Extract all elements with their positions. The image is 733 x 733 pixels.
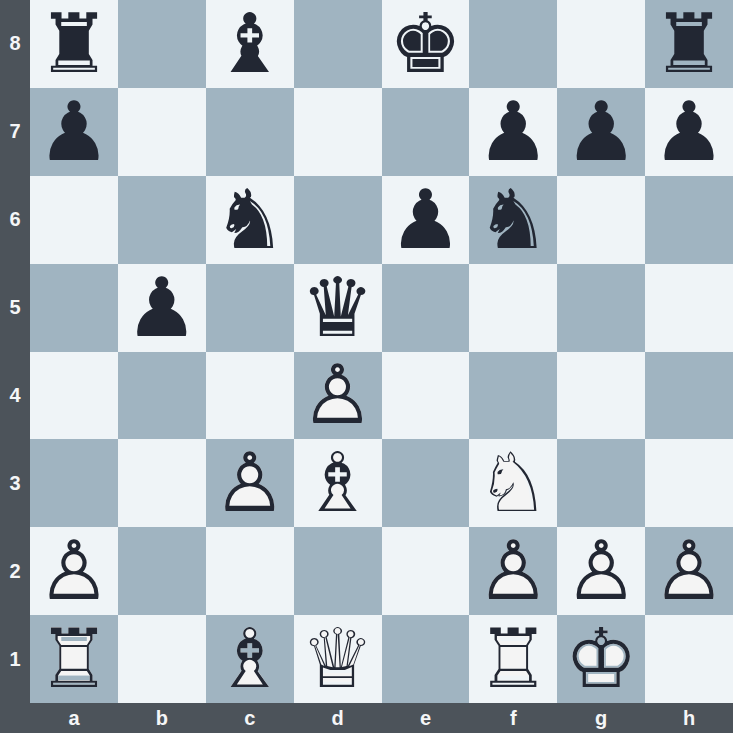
black-pawn: ♟ [382, 176, 470, 264]
square-f3[interactable]: ♞♘ [469, 439, 557, 527]
file-label-b: b [118, 703, 206, 733]
square-e6[interactable]: ♟ [382, 176, 470, 264]
square-e8[interactable]: ♚ [382, 0, 470, 88]
white-queen-fill: ♛ [294, 615, 382, 703]
square-e3[interactable] [382, 439, 470, 527]
black-queen: ♛ [294, 264, 382, 352]
square-e2[interactable] [382, 527, 470, 615]
white-king-fill: ♚ [557, 615, 645, 703]
rank-label-7: 7 [0, 88, 30, 176]
square-g8[interactable] [557, 0, 645, 88]
white-pawn-fill: ♟ [645, 527, 733, 615]
square-d2[interactable] [294, 527, 382, 615]
white-pawn-fill: ♟ [557, 527, 645, 615]
black-knight: ♞ [206, 176, 294, 264]
square-a1[interactable]: ♜♖ [30, 615, 118, 703]
square-c8[interactable]: ♝ [206, 0, 294, 88]
gutter-corner [0, 703, 30, 733]
white-pawn: ♙ [294, 352, 382, 440]
rank-label-6: 6 [0, 176, 30, 264]
rank-label-3: 3 [0, 439, 30, 527]
square-a2[interactable]: ♟♙ [30, 527, 118, 615]
file-label-a: a [30, 703, 118, 733]
file-label-d: d [294, 703, 382, 733]
rank-label-4: 4 [0, 352, 30, 440]
square-h7[interactable]: ♟ [645, 88, 733, 176]
square-d3[interactable]: ♝♗ [294, 439, 382, 527]
square-b8[interactable] [118, 0, 206, 88]
square-f8[interactable] [469, 0, 557, 88]
black-pawn: ♟ [557, 88, 645, 176]
white-bishop: ♗ [206, 615, 294, 703]
white-pawn: ♙ [557, 527, 645, 615]
square-h2[interactable]: ♟♙ [645, 527, 733, 615]
square-h8[interactable]: ♜ [645, 0, 733, 88]
square-f6[interactable]: ♞ [469, 176, 557, 264]
white-king: ♔ [557, 615, 645, 703]
square-g3[interactable] [557, 439, 645, 527]
file-label-e: e [382, 703, 470, 733]
square-g1[interactable]: ♚♔ [557, 615, 645, 703]
square-c2[interactable] [206, 527, 294, 615]
white-bishop-fill: ♝ [294, 439, 382, 527]
square-h1[interactable] [645, 615, 733, 703]
square-d1[interactable]: ♛♕ [294, 615, 382, 703]
rank-label-2: 2 [0, 527, 30, 615]
black-pawn: ♟ [645, 88, 733, 176]
square-b7[interactable] [118, 88, 206, 176]
square-h6[interactable] [645, 176, 733, 264]
square-b4[interactable] [118, 352, 206, 440]
white-pawn: ♙ [206, 439, 294, 527]
square-h3[interactable] [645, 439, 733, 527]
square-h5[interactable] [645, 264, 733, 352]
white-bishop-fill: ♝ [206, 615, 294, 703]
white-rook: ♖ [469, 615, 557, 703]
black-pawn: ♟ [469, 88, 557, 176]
white-knight: ♘ [469, 439, 557, 527]
square-c5[interactable] [206, 264, 294, 352]
white-pawn-fill: ♟ [294, 352, 382, 440]
black-king: ♚ [382, 0, 470, 88]
square-h4[interactable] [645, 352, 733, 440]
square-f7[interactable]: ♟ [469, 88, 557, 176]
square-c4[interactable] [206, 352, 294, 440]
rank-label-5: 5 [0, 264, 30, 352]
square-g6[interactable] [557, 176, 645, 264]
square-e7[interactable] [382, 88, 470, 176]
square-g7[interactable]: ♟ [557, 88, 645, 176]
white-pawn-fill: ♟ [206, 439, 294, 527]
square-c6[interactable]: ♞ [206, 176, 294, 264]
square-a7[interactable]: ♟ [30, 88, 118, 176]
square-f4[interactable] [469, 352, 557, 440]
square-e4[interactable] [382, 352, 470, 440]
square-a4[interactable] [30, 352, 118, 440]
black-pawn: ♟ [118, 264, 206, 352]
square-a5[interactable] [30, 264, 118, 352]
square-c7[interactable] [206, 88, 294, 176]
square-f1[interactable]: ♜♖ [469, 615, 557, 703]
white-pawn: ♙ [30, 527, 118, 615]
square-b2[interactable] [118, 527, 206, 615]
file-label-f: f [469, 703, 557, 733]
rank-label-1: 1 [0, 615, 30, 703]
white-pawn: ♙ [469, 527, 557, 615]
square-f5[interactable] [469, 264, 557, 352]
black-knight: ♞ [469, 176, 557, 264]
square-a6[interactable] [30, 176, 118, 264]
white-pawn-fill: ♟ [30, 527, 118, 615]
white-bishop: ♗ [294, 439, 382, 527]
white-queen: ♕ [294, 615, 382, 703]
square-d5[interactable]: ♛ [294, 264, 382, 352]
square-e5[interactable] [382, 264, 470, 352]
square-a3[interactable] [30, 439, 118, 527]
square-b6[interactable] [118, 176, 206, 264]
chess-board: 8♜♝♚♜7♟♟♟♟6♞♟♞5♟♛4♟♙3♟♙♝♗♞♘2♟♙♟♙♟♙♟♙1♜♖♝… [0, 0, 733, 733]
square-a8[interactable]: ♜ [30, 0, 118, 88]
black-rook: ♜ [645, 0, 733, 88]
file-label-h: h [645, 703, 733, 733]
square-g2[interactable]: ♟♙ [557, 527, 645, 615]
file-label-c: c [206, 703, 294, 733]
square-c3[interactable]: ♟♙ [206, 439, 294, 527]
white-pawn-fill: ♟ [469, 527, 557, 615]
square-f2[interactable]: ♟♙ [469, 527, 557, 615]
black-rook: ♜ [30, 0, 118, 88]
file-label-g: g [557, 703, 645, 733]
square-b5[interactable]: ♟ [118, 264, 206, 352]
white-rook-fill: ♜ [469, 615, 557, 703]
square-b3[interactable] [118, 439, 206, 527]
square-g5[interactable] [557, 264, 645, 352]
white-pawn: ♙ [645, 527, 733, 615]
rank-label-8: 8 [0, 0, 30, 88]
square-d6[interactable] [294, 176, 382, 264]
black-bishop: ♝ [206, 0, 294, 88]
white-rook: ♖ [30, 615, 118, 703]
black-pawn: ♟ [30, 88, 118, 176]
square-c1[interactable]: ♝♗ [206, 615, 294, 703]
white-knight-fill: ♞ [469, 439, 557, 527]
square-b1[interactable] [118, 615, 206, 703]
square-e1[interactable] [382, 615, 470, 703]
square-g4[interactable] [557, 352, 645, 440]
square-d7[interactable] [294, 88, 382, 176]
square-d8[interactable] [294, 0, 382, 88]
square-d4[interactable]: ♟♙ [294, 352, 382, 440]
white-rook-fill: ♜ [30, 615, 118, 703]
